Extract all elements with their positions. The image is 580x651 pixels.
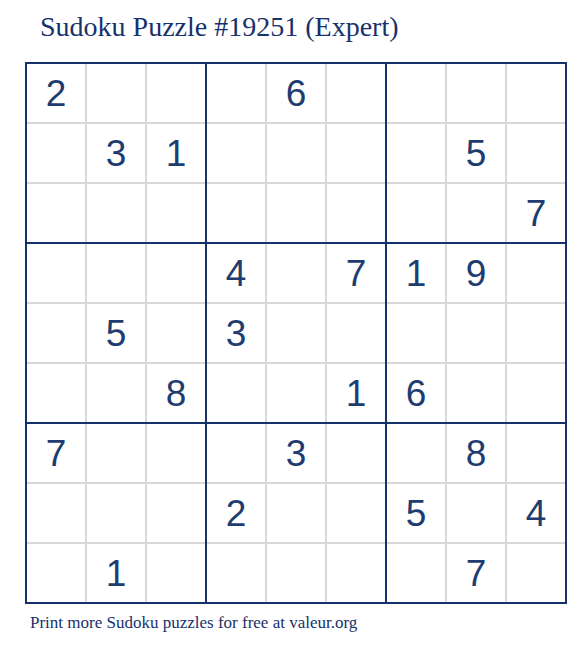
cell-r4c4[interactable]: 4 (207, 244, 265, 302)
cell-r6c5[interactable] (267, 364, 325, 422)
cell-r8c2[interactable] (87, 484, 145, 542)
cell-r8c6[interactable] (327, 484, 385, 542)
cell-r1c2[interactable] (87, 64, 145, 122)
cell-r2c8[interactable]: 5 (447, 124, 505, 182)
cell-r5c2[interactable]: 5 (87, 304, 145, 362)
cell-r7c1[interactable]: 7 (27, 424, 85, 482)
cell-r1c7[interactable] (387, 64, 445, 122)
cell-r7c3[interactable] (147, 424, 205, 482)
cell-r5c3[interactable] (147, 304, 205, 362)
cell-r4c5[interactable] (267, 244, 325, 302)
cell-r1c4[interactable] (207, 64, 265, 122)
cell-r7c4[interactable] (207, 424, 265, 482)
cell-r8c9[interactable]: 4 (507, 484, 565, 542)
cell-r6c9[interactable] (507, 364, 565, 422)
cell-r3c9[interactable]: 7 (507, 184, 565, 242)
cell-r4c7[interactable]: 1 (387, 244, 445, 302)
cell-r1c8[interactable] (447, 64, 505, 122)
cell-r1c9[interactable] (507, 64, 565, 122)
cell-r2c4[interactable] (207, 124, 265, 182)
cell-r5c6[interactable] (327, 304, 385, 362)
page-title: Sudoku Puzzle #19251 (Expert) (40, 11, 399, 43)
cell-r2c1[interactable] (27, 124, 85, 182)
cell-r5c1[interactable] (27, 304, 85, 362)
cell-r9c7[interactable] (387, 544, 445, 602)
cell-r6c1[interactable] (27, 364, 85, 422)
cell-r1c1[interactable]: 2 (27, 64, 85, 122)
cell-r8c1[interactable] (27, 484, 85, 542)
cell-r7c2[interactable] (87, 424, 145, 482)
cell-r7c7[interactable] (387, 424, 445, 482)
cell-r6c8[interactable] (447, 364, 505, 422)
cell-r3c8[interactable] (447, 184, 505, 242)
cell-r4c8[interactable]: 9 (447, 244, 505, 302)
cell-r4c2[interactable] (87, 244, 145, 302)
cell-r9c3[interactable] (147, 544, 205, 602)
cell-r2c7[interactable] (387, 124, 445, 182)
cell-r1c6[interactable] (327, 64, 385, 122)
cell-r9c6[interactable] (327, 544, 385, 602)
cell-r6c2[interactable] (87, 364, 145, 422)
cell-r3c6[interactable] (327, 184, 385, 242)
cell-r2c5[interactable] (267, 124, 325, 182)
cell-r7c5[interactable]: 3 (267, 424, 325, 482)
cell-r2c3[interactable]: 1 (147, 124, 205, 182)
cell-r5c8[interactable] (447, 304, 505, 362)
cell-r4c3[interactable] (147, 244, 205, 302)
cell-r4c6[interactable]: 7 (327, 244, 385, 302)
cell-r8c7[interactable]: 5 (387, 484, 445, 542)
cell-r5c5[interactable] (267, 304, 325, 362)
cell-r5c9[interactable] (507, 304, 565, 362)
cell-r9c8[interactable]: 7 (447, 544, 505, 602)
footer-text: Print more Sudoku puzzles for free at va… (30, 613, 357, 633)
cell-r7c9[interactable] (507, 424, 565, 482)
cell-r9c2[interactable]: 1 (87, 544, 145, 602)
cell-r6c6[interactable]: 1 (327, 364, 385, 422)
cell-r1c5[interactable]: 6 (267, 64, 325, 122)
cell-r4c9[interactable] (507, 244, 565, 302)
cell-r5c4[interactable]: 3 (207, 304, 265, 362)
cell-r8c8[interactable] (447, 484, 505, 542)
cell-r6c7[interactable]: 6 (387, 364, 445, 422)
cell-r3c5[interactable] (267, 184, 325, 242)
cell-r9c9[interactable] (507, 544, 565, 602)
cell-r8c3[interactable] (147, 484, 205, 542)
cell-r3c7[interactable] (387, 184, 445, 242)
cell-r2c9[interactable] (507, 124, 565, 182)
sudoku-board: 26315747195381673825417 (25, 62, 567, 604)
cell-r4c1[interactable] (27, 244, 85, 302)
cell-r3c1[interactable] (27, 184, 85, 242)
cell-r3c3[interactable] (147, 184, 205, 242)
cell-r9c1[interactable] (27, 544, 85, 602)
cell-r8c5[interactable] (267, 484, 325, 542)
cell-r6c4[interactable] (207, 364, 265, 422)
sudoku-grid: 26315747195381673825417 (27, 64, 565, 602)
cell-r3c2[interactable] (87, 184, 145, 242)
cell-r9c5[interactable] (267, 544, 325, 602)
cell-r3c4[interactable] (207, 184, 265, 242)
cell-r2c2[interactable]: 3 (87, 124, 145, 182)
cell-r9c4[interactable] (207, 544, 265, 602)
cell-r2c6[interactable] (327, 124, 385, 182)
cell-r1c3[interactable] (147, 64, 205, 122)
cell-r5c7[interactable] (387, 304, 445, 362)
cell-r8c4[interactable]: 2 (207, 484, 265, 542)
cell-r6c3[interactable]: 8 (147, 364, 205, 422)
cell-r7c8[interactable]: 8 (447, 424, 505, 482)
cell-r7c6[interactable] (327, 424, 385, 482)
